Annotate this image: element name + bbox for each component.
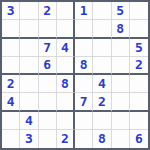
cell-r4c4-empty[interactable] <box>57 57 75 75</box>
cell-r1c3-given[interactable]: 2 <box>39 2 57 20</box>
cell-r4c3-given[interactable]: 6 <box>39 57 57 75</box>
cell-r4c1-empty[interactable] <box>2 57 20 75</box>
cell-r2c5-empty[interactable] <box>75 20 93 38</box>
cell-r3c7-empty[interactable] <box>112 39 130 57</box>
cell-r1c7-given[interactable]: 5 <box>112 2 130 20</box>
cell-r5c6-given[interactable]: 4 <box>93 75 111 93</box>
cell-r6c1-given[interactable]: 4 <box>2 93 20 111</box>
cell-r4c2-empty[interactable] <box>20 57 38 75</box>
cell-r3c2-empty[interactable] <box>20 39 38 57</box>
cell-r7c2-given[interactable]: 4 <box>20 112 38 130</box>
cell-r1c4-empty[interactable] <box>57 2 75 20</box>
cell-r8c1-empty[interactable] <box>2 130 20 148</box>
cell-r3c3-given[interactable]: 7 <box>39 39 57 57</box>
cell-r6c2-empty[interactable] <box>20 93 38 111</box>
cell-r2c3-empty[interactable] <box>39 20 57 38</box>
cell-r5c1-given[interactable]: 2 <box>2 75 20 93</box>
cell-r6c7-empty[interactable] <box>112 93 130 111</box>
cell-r1c6-empty[interactable] <box>93 2 111 20</box>
cell-r2c2-empty[interactable] <box>20 20 38 38</box>
cell-r7c3-empty[interactable] <box>39 112 57 130</box>
cell-r5c8-empty[interactable] <box>130 75 148 93</box>
cell-r6c3-empty[interactable] <box>39 93 57 111</box>
cell-r8c2-given[interactable]: 3 <box>20 130 38 148</box>
cell-r8c8-given[interactable]: 6 <box>130 130 148 148</box>
cell-r8c7-empty[interactable] <box>112 130 130 148</box>
cell-r7c8-empty[interactable] <box>130 112 148 130</box>
cell-r1c1-given[interactable]: 3 <box>2 2 20 20</box>
cell-r2c7-given[interactable]: 8 <box>112 20 130 38</box>
cell-r7c6-empty[interactable] <box>93 112 111 130</box>
cell-r8c5-empty[interactable] <box>75 130 93 148</box>
cell-r4c8-given[interactable]: 2 <box>130 57 148 75</box>
cell-r1c2-empty[interactable] <box>20 2 38 20</box>
cell-r5c4-given[interactable]: 8 <box>57 75 75 93</box>
cell-r7c4-empty[interactable] <box>57 112 75 130</box>
cell-r8c3-empty[interactable] <box>39 130 57 148</box>
cell-r6c5-given[interactable]: 7 <box>75 93 93 111</box>
sudoku-board: 3215874568228447243286 <box>0 0 150 150</box>
cell-r1c5-given[interactable]: 1 <box>75 2 93 20</box>
cell-r3c6-empty[interactable] <box>93 39 111 57</box>
cell-r4c6-empty[interactable] <box>93 57 111 75</box>
cell-r7c1-empty[interactable] <box>2 112 20 130</box>
cell-r8c4-given[interactable]: 2 <box>57 130 75 148</box>
cell-r5c3-empty[interactable] <box>39 75 57 93</box>
cell-r6c8-empty[interactable] <box>130 93 148 111</box>
cell-r2c4-empty[interactable] <box>57 20 75 38</box>
cell-r2c1-empty[interactable] <box>2 20 20 38</box>
cell-r7c5-empty[interactable] <box>75 112 93 130</box>
cell-r5c2-empty[interactable] <box>20 75 38 93</box>
cell-r6c6-given[interactable]: 2 <box>93 93 111 111</box>
cell-r3c5-empty[interactable] <box>75 39 93 57</box>
cell-r4c5-given[interactable]: 8 <box>75 57 93 75</box>
cell-r2c8-empty[interactable] <box>130 20 148 38</box>
cell-r3c1-empty[interactable] <box>2 39 20 57</box>
cell-r3c8-given[interactable]: 5 <box>130 39 148 57</box>
cell-r3c4-given[interactable]: 4 <box>57 39 75 57</box>
cell-r5c5-empty[interactable] <box>75 75 93 93</box>
cell-r1c8-empty[interactable] <box>130 2 148 20</box>
cell-r8c6-given[interactable]: 8 <box>93 130 111 148</box>
cell-r6c4-empty[interactable] <box>57 93 75 111</box>
cell-r5c7-empty[interactable] <box>112 75 130 93</box>
cell-r2c6-empty[interactable] <box>93 20 111 38</box>
cell-r4c7-empty[interactable] <box>112 57 130 75</box>
cell-r7c7-empty[interactable] <box>112 112 130 130</box>
